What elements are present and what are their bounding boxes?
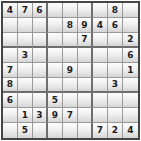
cell-r5c4[interactable] xyxy=(48,63,63,78)
cell-r3c2[interactable] xyxy=(18,33,33,48)
cell-r4c7[interactable] xyxy=(93,48,108,63)
cell-r2c9[interactable] xyxy=(123,18,138,33)
cell-r7c7[interactable] xyxy=(93,93,108,108)
cell-r7c2[interactable] xyxy=(18,93,33,108)
cell-r4c9: 6 xyxy=(123,48,138,63)
cell-r3c4[interactable] xyxy=(48,33,63,48)
cell-r6c4[interactable] xyxy=(48,78,63,93)
cell-r9c8: 2 xyxy=(108,123,123,138)
sudoku-board: 476889467236791836513975724 xyxy=(1,1,140,140)
cell-r6c3[interactable] xyxy=(33,78,48,93)
cell-r9c9: 4 xyxy=(123,123,138,138)
cell-r7c6[interactable] xyxy=(78,93,93,108)
cell-r8c5: 7 xyxy=(63,108,78,123)
cell-r2c3[interactable] xyxy=(33,18,48,33)
cell-r3c8[interactable] xyxy=(108,33,123,48)
cell-r2c1[interactable] xyxy=(3,18,18,33)
cell-r8c7[interactable] xyxy=(93,108,108,123)
cell-r3c9: 2 xyxy=(123,33,138,48)
cell-r7c4: 5 xyxy=(48,93,63,108)
cell-r8c3: 3 xyxy=(33,108,48,123)
cell-r5c2[interactable] xyxy=(18,63,33,78)
cell-r1c2: 7 xyxy=(18,3,33,18)
cell-r9c2: 5 xyxy=(18,123,33,138)
cell-r1c3: 6 xyxy=(33,3,48,18)
cell-r4c2: 3 xyxy=(18,48,33,63)
cell-r6c2[interactable] xyxy=(18,78,33,93)
cell-r6c8: 3 xyxy=(108,78,123,93)
cell-r9c7: 7 xyxy=(93,123,108,138)
cell-r7c8[interactable] xyxy=(108,93,123,108)
cell-r2c7: 4 xyxy=(93,18,108,33)
cell-r7c1: 6 xyxy=(3,93,18,108)
cell-r1c9[interactable] xyxy=(123,3,138,18)
cell-r9c5[interactable] xyxy=(63,123,78,138)
cell-r9c1[interactable] xyxy=(3,123,18,138)
cell-r3c1[interactable] xyxy=(3,33,18,48)
cell-r9c3[interactable] xyxy=(33,123,48,138)
cell-r8c2: 1 xyxy=(18,108,33,123)
cell-r3c7[interactable] xyxy=(93,33,108,48)
cell-r9c4[interactable] xyxy=(48,123,63,138)
cell-r4c3[interactable] xyxy=(33,48,48,63)
cell-r4c8[interactable] xyxy=(108,48,123,63)
cell-r5c9: 1 xyxy=(123,63,138,78)
cell-r2c2[interactable] xyxy=(18,18,33,33)
cell-r3c3[interactable] xyxy=(33,33,48,48)
cell-r6c1: 8 xyxy=(3,78,18,93)
cell-r1c5[interactable] xyxy=(63,3,78,18)
cell-r1c8: 8 xyxy=(108,3,123,18)
cell-r8c8[interactable] xyxy=(108,108,123,123)
cell-r6c7[interactable] xyxy=(93,78,108,93)
cell-r1c7[interactable] xyxy=(93,3,108,18)
cell-r7c5[interactable] xyxy=(63,93,78,108)
cell-r2c8: 6 xyxy=(108,18,123,33)
cell-r6c9[interactable] xyxy=(123,78,138,93)
cell-r5c5: 9 xyxy=(63,63,78,78)
cell-r8c4: 9 xyxy=(48,108,63,123)
cell-r3c6: 7 xyxy=(78,33,93,48)
cell-r1c4[interactable] xyxy=(48,3,63,18)
cell-r8c1[interactable] xyxy=(3,108,18,123)
cell-r4c1[interactable] xyxy=(3,48,18,63)
cell-r8c6[interactable] xyxy=(78,108,93,123)
cell-r8c9[interactable] xyxy=(123,108,138,123)
cell-r7c3[interactable] xyxy=(33,93,48,108)
cell-r2c4[interactable] xyxy=(48,18,63,33)
cell-r2c5: 8 xyxy=(63,18,78,33)
cell-r5c6[interactable] xyxy=(78,63,93,78)
cell-r2c6: 9 xyxy=(78,18,93,33)
cell-r5c7[interactable] xyxy=(93,63,108,78)
cell-r5c3[interactable] xyxy=(33,63,48,78)
cell-r4c4[interactable] xyxy=(48,48,63,63)
cell-r5c8[interactable] xyxy=(108,63,123,78)
cell-r1c1: 4 xyxy=(3,3,18,18)
cell-r4c6[interactable] xyxy=(78,48,93,63)
cell-r9c6[interactable] xyxy=(78,123,93,138)
cell-r6c6[interactable] xyxy=(78,78,93,93)
cell-r4c5[interactable] xyxy=(63,48,78,63)
cell-r6c5[interactable] xyxy=(63,78,78,93)
cell-r5c1: 7 xyxy=(3,63,18,78)
cell-r3c5[interactable] xyxy=(63,33,78,48)
cell-r1c6[interactable] xyxy=(78,3,93,18)
cell-r7c9[interactable] xyxy=(123,93,138,108)
